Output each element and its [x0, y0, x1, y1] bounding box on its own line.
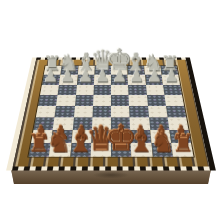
square-d6[interactable]: [93, 85, 111, 95]
square-g6[interactable]: [146, 85, 165, 95]
square-b6[interactable]: [58, 85, 77, 95]
square-g4[interactable]: [148, 106, 168, 118]
square-e5[interactable]: [111, 95, 129, 106]
square-b5[interactable]: [56, 95, 75, 106]
board-front-edge: [11, 169, 211, 184]
piece-silver-P[interactable]: ♟: [60, 67, 75, 84]
square-e6[interactable]: [111, 85, 129, 95]
square-h5[interactable]: [164, 95, 184, 106]
square-c6[interactable]: [76, 85, 94, 95]
square-a5[interactable]: [38, 95, 58, 106]
square-f6[interactable]: [128, 85, 146, 95]
square-h7[interactable]: ♟: [161, 75, 180, 85]
piece-silver-P[interactable]: ♟: [129, 67, 144, 84]
board-rim: ♜♞♝♛♚♝♞♜♟♟♟♟♟♟♟♟♟♟♟♟♟♟♟♟♜♞♝♛♚♝♞♜: [6, 57, 216, 170]
piece-copper-R[interactable]: ♜: [172, 131, 194, 156]
square-g5[interactable]: [146, 95, 165, 106]
square-d5[interactable]: [93, 95, 111, 106]
square-d7[interactable]: ♟: [94, 75, 111, 85]
square-a4[interactable]: [36, 106, 56, 118]
square-f7[interactable]: ♟: [128, 75, 146, 85]
square-g7[interactable]: ♟: [145, 75, 163, 85]
square-f1[interactable]: ♝: [131, 143, 152, 157]
square-c5[interactable]: [75, 95, 94, 106]
square-b7[interactable]: ♟: [59, 75, 77, 85]
piece-silver-P[interactable]: ♟: [78, 67, 93, 84]
square-a6[interactable]: [40, 85, 59, 95]
board-inlay-border: ♜♞♝♛♚♝♞♜♟♟♟♟♟♟♟♟♟♟♟♟♟♟♟♟♜♞♝♛♚♝♞♜: [13, 60, 209, 167]
piece-silver-P[interactable]: ♟: [112, 67, 127, 84]
square-h1[interactable]: ♜: [171, 143, 194, 157]
square-b4[interactable]: [55, 106, 75, 118]
piece-silver-P[interactable]: ♟: [146, 67, 161, 84]
square-e7[interactable]: ♟: [111, 75, 128, 85]
square-g1[interactable]: ♞: [151, 143, 173, 157]
square-f5[interactable]: [129, 95, 148, 106]
chess-board: ♜♞♝♛♚♝♞♜♟♟♟♟♟♟♟♟♟♟♟♟♟♟♟♟♜♞♝♛♚♝♞♜: [29, 66, 194, 157]
piece-silver-P[interactable]: ♟: [43, 67, 58, 84]
square-h6[interactable]: [163, 85, 182, 95]
piece-silver-P[interactable]: ♟: [95, 67, 110, 84]
square-a7[interactable]: ♟: [42, 75, 61, 85]
chess-board-3d: ♜♞♝♛♚♝♞♜♟♟♟♟♟♟♟♟♟♟♟♟♟♟♟♟♜♞♝♛♚♝♞♜: [6, 57, 216, 170]
square-c7[interactable]: ♟: [76, 75, 94, 85]
piece-silver-P[interactable]: ♟: [164, 67, 179, 84]
square-h4[interactable]: [166, 106, 186, 118]
square-c4[interactable]: [73, 106, 92, 118]
photo-scene: ♜♞♝♛♚♝♞♜♟♟♟♟♟♟♟♟♟♟♟♟♟♟♟♟♜♞♝♛♚♝♞♜: [0, 0, 222, 222]
